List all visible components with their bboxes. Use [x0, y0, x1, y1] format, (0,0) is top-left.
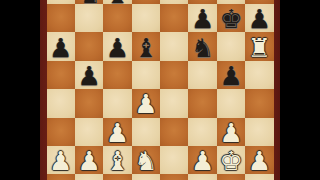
square-c6[interactable]: ♟: [103, 32, 131, 60]
piece-white-king-g2[interactable]: ♚: [219, 148, 242, 174]
square-d3[interactable]: [132, 118, 160, 146]
piece-black-pawn-c6[interactable]: ♟: [106, 35, 129, 61]
square-a3[interactable]: [47, 118, 75, 146]
square-h7[interactable]: ♟: [245, 4, 273, 32]
square-e2[interactable]: [160, 146, 188, 174]
square-a2[interactable]: ♟: [47, 146, 75, 174]
square-c5[interactable]: [103, 61, 131, 89]
piece-black-pawn-a6[interactable]: ♟: [49, 35, 72, 61]
square-d2[interactable]: ♞: [132, 146, 160, 174]
piece-black-knight-f6[interactable]: ♞: [191, 35, 214, 61]
piece-white-pawn-a2[interactable]: ♟: [49, 148, 72, 174]
square-e7[interactable]: [160, 4, 188, 32]
square-b4[interactable]: [75, 89, 103, 117]
square-f3[interactable]: [188, 118, 216, 146]
square-h6[interactable]: ♜: [245, 32, 273, 60]
piece-black-pawn-h7[interactable]: ♟: [248, 6, 271, 32]
square-a7[interactable]: [47, 4, 75, 32]
square-h1[interactable]: [245, 174, 273, 180]
square-f7[interactable]: ♟: [188, 4, 216, 32]
piece-white-pawn-h2[interactable]: ♟: [248, 148, 271, 174]
square-d4[interactable]: ♟: [132, 89, 160, 117]
square-c7[interactable]: [103, 4, 131, 32]
square-b5[interactable]: ♟: [75, 61, 103, 89]
square-b2[interactable]: ♟: [75, 146, 103, 174]
square-f6[interactable]: ♞: [188, 32, 216, 60]
square-d6[interactable]: ♝: [132, 32, 160, 60]
piece-black-pawn-b5[interactable]: ♟: [77, 63, 100, 89]
square-a1[interactable]: [47, 174, 75, 180]
piece-white-pawn-f2[interactable]: ♟: [191, 148, 214, 174]
square-a5[interactable]: [47, 61, 75, 89]
piece-white-bishop-c2[interactable]: ♝: [106, 148, 129, 174]
piece-white-knight-d2[interactable]: ♞: [134, 148, 157, 174]
square-c1[interactable]: [103, 174, 131, 180]
square-e5[interactable]: [160, 61, 188, 89]
square-g1[interactable]: [217, 174, 245, 180]
square-f1[interactable]: [188, 174, 216, 180]
chess-board: ♞♝♟♚♟♟♟♝♞♜♟♟♟♟♟♟♟♝♞♟♚♟: [47, 0, 274, 180]
square-f2[interactable]: ♟: [188, 146, 216, 174]
square-g6[interactable]: [217, 32, 245, 60]
piece-white-pawn-c3[interactable]: ♟: [106, 120, 129, 146]
piece-white-rook-h6[interactable]: ♜: [248, 35, 271, 61]
square-b1[interactable]: [75, 174, 103, 180]
square-c4[interactable]: [103, 89, 131, 117]
square-b3[interactable]: [75, 118, 103, 146]
square-g4[interactable]: [217, 89, 245, 117]
square-e4[interactable]: [160, 89, 188, 117]
square-e3[interactable]: [160, 118, 188, 146]
square-b6[interactable]: [75, 32, 103, 60]
square-f4[interactable]: [188, 89, 216, 117]
piece-white-pawn-d4[interactable]: ♟: [134, 91, 157, 117]
square-g2[interactable]: ♚: [217, 146, 245, 174]
square-f5[interactable]: [188, 61, 216, 89]
square-g5[interactable]: ♟: [217, 61, 245, 89]
square-e1[interactable]: [160, 174, 188, 180]
square-d5[interactable]: [132, 61, 160, 89]
piece-black-bishop-d6[interactable]: ♝: [134, 35, 157, 61]
square-h2[interactable]: ♟: [245, 146, 273, 174]
piece-white-pawn-g3[interactable]: ♟: [219, 120, 242, 146]
square-b7[interactable]: [75, 4, 103, 32]
square-a4[interactable]: [47, 89, 75, 117]
piece-black-pawn-g5[interactable]: ♟: [219, 63, 242, 89]
square-g7[interactable]: ♚: [217, 4, 245, 32]
square-d7[interactable]: [132, 4, 160, 32]
square-h5[interactable]: [245, 61, 273, 89]
piece-black-king-g7[interactable]: ♚: [219, 6, 242, 32]
square-g3[interactable]: ♟: [217, 118, 245, 146]
piece-white-pawn-b2[interactable]: ♟: [77, 148, 100, 174]
square-e6[interactable]: [160, 32, 188, 60]
square-h4[interactable]: [245, 89, 273, 117]
square-h3[interactable]: [245, 118, 273, 146]
square-c3[interactable]: ♟: [103, 118, 131, 146]
square-c2[interactable]: ♝: [103, 146, 131, 174]
square-d1[interactable]: [132, 174, 160, 180]
square-a6[interactable]: ♟: [47, 32, 75, 60]
video-letterbox-stage: ♞♝♟♚♟♟♟♝♞♜♟♟♟♟♟♟♟♝♞♟♚♟: [0, 0, 320, 180]
piece-black-pawn-f7[interactable]: ♟: [191, 6, 214, 32]
